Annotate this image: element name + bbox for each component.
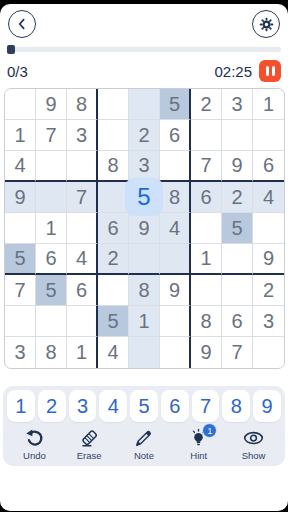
cell-r6c2[interactable]: 6 — [36, 244, 67, 275]
cell-r4c6[interactable]: 8 — [160, 182, 191, 213]
cell-value: 6 — [76, 279, 87, 302]
cell-r7c1[interactable]: 7 — [5, 275, 36, 306]
cell-r6c6[interactable] — [160, 244, 191, 275]
cell-value: 9 — [263, 247, 274, 270]
cell-r2c3[interactable]: 3 — [67, 120, 98, 151]
cell-r2c2[interactable]: 7 — [36, 120, 67, 151]
show-label: Show — [242, 450, 266, 461]
cell-r6c5[interactable] — [129, 244, 160, 275]
numpad-6[interactable]: 6 — [161, 390, 189, 422]
game-progress-bar[interactable] — [7, 47, 281, 52]
cell-value: 4 — [76, 247, 87, 270]
cell-value: 1 — [263, 93, 274, 116]
number-pad: 1 2 3 4 5 6 7 8 9 — [7, 390, 281, 422]
cell-r1c1[interactable] — [5, 89, 36, 120]
cell-value: 3 — [263, 310, 274, 333]
cell-r2c1[interactable]: 1 — [5, 120, 36, 151]
cell-r9c2[interactable]: 8 — [36, 337, 67, 368]
cell-r1c8[interactable]: 3 — [222, 89, 253, 120]
cell-r7c6[interactable]: 9 — [160, 275, 191, 306]
cell-r3c1[interactable]: 4 — [5, 151, 36, 182]
cell-r1c9[interactable]: 1 — [253, 89, 284, 120]
mistakes-counter: 0/3 — [7, 63, 28, 80]
cell-value: 7 — [76, 186, 87, 209]
cell-value: 7 — [200, 154, 211, 177]
eye-icon — [243, 428, 264, 449]
cell-r9c7[interactable]: 9 — [191, 337, 222, 368]
cell-r3c8[interactable]: 9 — [222, 151, 253, 182]
cell-r1c3[interactable]: 8 — [67, 89, 98, 120]
cell-value: 2 — [231, 186, 242, 209]
cell-value: 5 — [14, 247, 25, 270]
cell-value: 4 — [263, 186, 274, 209]
numpad-2[interactable]: 2 — [38, 390, 66, 422]
cell-r7c3[interactable]: 6 — [67, 275, 98, 306]
pause-button[interactable] — [259, 60, 281, 82]
cell-value: 2 — [200, 93, 211, 116]
cell-r7c4[interactable] — [98, 275, 129, 306]
cell-value: 3 — [231, 93, 242, 116]
cell-value: 6 — [169, 124, 180, 147]
cell-r8c4[interactable]: 5 — [98, 306, 129, 337]
cell-r4c1[interactable]: 9 — [5, 182, 36, 213]
cell-r5c3[interactable] — [67, 213, 98, 244]
cell-r5c1[interactable] — [5, 213, 36, 244]
cell-value: 8 — [200, 310, 211, 333]
cell-r3c7[interactable]: 7 — [191, 151, 222, 182]
cell-r6c1[interactable]: 5 — [5, 244, 36, 275]
cell-r7c2[interactable]: 5 — [36, 275, 67, 306]
cell-value: 1 — [200, 247, 211, 270]
cell-value: 6 — [231, 310, 242, 333]
cell-r7c8[interactable] — [222, 275, 253, 306]
cell-r3c2[interactable] — [36, 151, 67, 182]
show-button[interactable]: Show — [226, 427, 281, 463]
cell-value: 7 — [231, 341, 242, 364]
input-panel: 1 2 3 4 5 6 7 8 9 Undo — [3, 386, 285, 466]
cell-r2c7[interactable] — [191, 120, 222, 151]
erase-label: Erase — [77, 450, 102, 461]
cell-r3c9[interactable]: 6 — [253, 151, 284, 182]
cell-r7c5[interactable]: 8 — [129, 275, 160, 306]
lightbulb-icon: 1 — [188, 428, 209, 449]
back-button[interactable] — [8, 10, 36, 38]
cell-value: 1 — [14, 124, 25, 147]
undo-button[interactable]: Undo — [7, 427, 62, 463]
cell-value: 3 — [76, 124, 87, 147]
cell-value: 5 — [45, 279, 56, 302]
undo-label: Undo — [23, 450, 46, 461]
cell-r4c8[interactable]: 2 — [222, 182, 253, 213]
timer: 02:25 — [214, 63, 252, 80]
settings-button[interactable] — [252, 10, 280, 38]
app-screen: 0/3 02:25 985231173264837969758624169455… — [0, 4, 288, 511]
cell-value: 3 — [14, 341, 25, 364]
cell-r8c9[interactable]: 3 — [253, 306, 284, 337]
cell-r8c8[interactable]: 6 — [222, 306, 253, 337]
cell-r4c7[interactable]: 6 — [191, 182, 222, 213]
cell-value: 5 — [107, 310, 118, 333]
cell-value: 2 — [107, 247, 118, 270]
chevron-left-icon — [14, 16, 30, 32]
cell-value: 7 — [45, 124, 56, 147]
cell-r2c6[interactable]: 6 — [160, 120, 191, 151]
erase-button[interactable]: Erase — [62, 427, 117, 463]
note-label: Note — [134, 450, 154, 461]
cell-value: 8 — [45, 341, 56, 364]
cell-r3c4[interactable]: 8 — [98, 151, 129, 182]
progress-thumb — [7, 45, 15, 54]
cell-r4c2[interactable] — [36, 182, 67, 213]
cell-value: 9 — [200, 341, 211, 364]
cell-r5c7[interactable] — [191, 213, 222, 244]
cell-r8c2[interactable] — [36, 306, 67, 337]
cell-value: 2 — [263, 279, 274, 302]
cell-r2c9[interactable] — [253, 120, 284, 151]
status-row: 0/3 02:25 — [7, 58, 281, 84]
cell-r8c6[interactable] — [160, 306, 191, 337]
cell-r8c3[interactable] — [67, 306, 98, 337]
cell-r5c2[interactable]: 1 — [36, 213, 67, 244]
pencil-icon — [133, 428, 154, 449]
cell-r2c5[interactable]: 2 — [129, 120, 160, 151]
cell-value: 5 — [169, 93, 180, 116]
cell-r6c9[interactable]: 9 — [253, 244, 284, 275]
cell-value: 8 — [107, 154, 118, 177]
numpad-5[interactable]: 5 — [130, 390, 158, 422]
cell-r7c7[interactable] — [191, 275, 222, 306]
cell-r1c6[interactable]: 5 — [160, 89, 191, 120]
cell-r8c1[interactable] — [5, 306, 36, 337]
toolbar: Undo Erase — [7, 427, 281, 463]
cell-value: 4 — [169, 217, 180, 240]
cell-r9c5[interactable] — [129, 337, 160, 368]
cell-value: 6 — [107, 217, 118, 240]
cell-r6c4[interactable]: 2 — [98, 244, 129, 275]
eraser-icon — [79, 428, 100, 449]
cell-value: 8 — [76, 93, 87, 116]
cell-value: 5 — [137, 183, 150, 211]
cell-r9c4[interactable]: 4 — [98, 337, 129, 368]
cell-r5c4[interactable]: 6 — [98, 213, 129, 244]
cell-value: 9 — [169, 279, 180, 302]
cell-value: 6 — [200, 186, 211, 209]
numpad-1[interactable]: 1 — [7, 390, 35, 422]
cell-value: 3 — [138, 154, 149, 177]
cell-r9c3[interactable]: 1 — [67, 337, 98, 368]
cell-value: 6 — [45, 247, 56, 270]
numpad-4[interactable]: 4 — [99, 390, 127, 422]
cell-value: 9 — [231, 154, 242, 177]
cell-r4c5[interactable]: 5 — [129, 182, 160, 213]
numpad-3[interactable]: 3 — [69, 390, 97, 422]
cell-value: 7 — [14, 279, 25, 302]
hint-button[interactable]: 1 Hint — [171, 427, 226, 463]
cell-r4c3[interactable]: 7 — [67, 182, 98, 213]
cell-r7c9[interactable]: 2 — [253, 275, 284, 306]
cell-value: 1 — [45, 217, 56, 240]
cell-value: 6 — [263, 154, 274, 177]
pause-icon — [266, 66, 269, 76]
gear-icon — [258, 16, 275, 33]
cell-r1c5[interactable] — [129, 89, 160, 120]
cell-r8c7[interactable]: 8 — [191, 306, 222, 337]
cell-value: 1 — [76, 341, 87, 364]
cell-r6c7[interactable]: 1 — [191, 244, 222, 275]
cell-r1c2[interactable]: 9 — [36, 89, 67, 120]
note-button[interactable]: Note — [117, 427, 172, 463]
cell-r6c8[interactable] — [222, 244, 253, 275]
cell-value: 1 — [138, 310, 149, 333]
cell-r9c9[interactable] — [253, 337, 284, 368]
cell-r2c8[interactable] — [222, 120, 253, 151]
undo-icon — [24, 428, 45, 449]
cell-r5c5[interactable]: 9 — [129, 213, 160, 244]
cell-r4c9[interactable]: 4 — [253, 182, 284, 213]
numpad-9[interactable]: 9 — [253, 390, 281, 422]
cell-r1c4[interactable] — [98, 89, 129, 120]
cell-r8c5[interactable]: 1 — [129, 306, 160, 337]
cell-value: 8 — [169, 186, 180, 209]
hint-badge: 1 — [202, 423, 217, 438]
cell-value: 5 — [231, 217, 242, 240]
cell-value: 9 — [138, 217, 149, 240]
cell-value: 4 — [14, 154, 25, 177]
hint-label: Hint — [190, 450, 207, 461]
cell-r5c6[interactable]: 4 — [160, 213, 191, 244]
cell-r3c6[interactable] — [160, 151, 191, 182]
cell-value: 9 — [45, 93, 56, 116]
cell-r1c7[interactable]: 2 — [191, 89, 222, 120]
cell-r6c3[interactable]: 4 — [67, 244, 98, 275]
cell-value: 9 — [14, 186, 25, 209]
numpad-8[interactable]: 8 — [222, 390, 250, 422]
cell-value: 2 — [138, 124, 149, 147]
sudoku-board: 9852311732648379697586241694556421975689… — [4, 88, 285, 369]
cell-r3c3[interactable] — [67, 151, 98, 182]
cell-r5c9[interactable] — [253, 213, 284, 244]
cell-r2c4[interactable] — [98, 120, 129, 151]
cell-r9c6[interactable] — [160, 337, 191, 368]
cell-r9c8[interactable]: 7 — [222, 337, 253, 368]
cell-r9c1[interactable]: 3 — [5, 337, 36, 368]
cell-value: 8 — [138, 279, 149, 302]
cell-value: 4 — [107, 341, 118, 364]
numpad-7[interactable]: 7 — [192, 390, 220, 422]
cell-r5c8[interactable]: 5 — [222, 213, 253, 244]
